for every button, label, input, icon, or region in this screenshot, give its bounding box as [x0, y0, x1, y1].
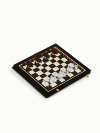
- square: [63, 65, 70, 70]
- square: ♜: [45, 84, 53, 90]
- square: [55, 69, 63, 74]
- black-r-piece-icon: ♜: [20, 61, 26, 67]
- chess-set-product-photo[interactable]: ♜♟♟♜♞♟♟♞♝♟♟♝♛♟♟♛♚♟♟♚♝♟♟♝♞♟♟♞♜♟♟♜: [0, 0, 100, 133]
- board-frame: ♜♟♟♜♞♟♟♞♝♟♟♝♛♟♟♛♚♟♟♚♝♟♟♝♞♟♟♞♜♟♟♜: [12, 43, 91, 96]
- chess-board: ♜♟♟♜♞♟♟♞♝♟♟♝♛♟♟♛♚♟♟♚♝♟♟♝♞♟♟♞♜♟♟♜: [12, 43, 91, 96]
- black-b-piece-icon: ♝: [29, 56, 36, 63]
